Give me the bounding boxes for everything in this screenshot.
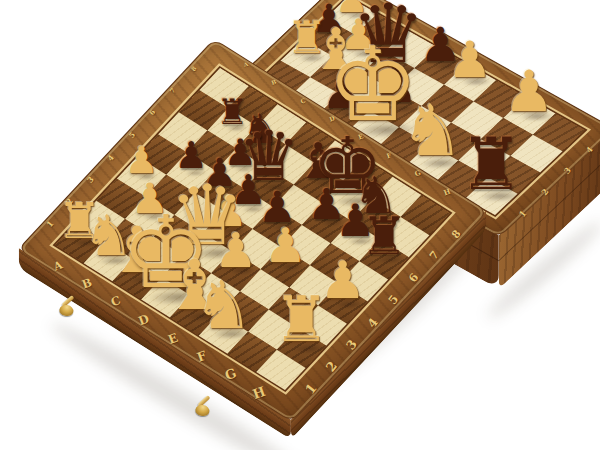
chess-piece-glyph: ♜ (361, 211, 407, 262)
brass-clasp-1 (56, 295, 78, 320)
chess-piece-glyph: ♟ (504, 62, 555, 119)
brass-clasp-2 (192, 395, 214, 420)
clasp-fan (195, 404, 211, 417)
chess-piece-glyph: ♜ (459, 128, 524, 200)
chess-piece-glyph: ♜ (274, 289, 330, 352)
chess-piece-glyph: ♟ (448, 35, 493, 85)
chess-piece-glyph: ♟ (264, 222, 307, 270)
chess-sets-product-photo: ABCDEFGH1234♟♟♟♜♟♛♝♟♟♟♟♚♞♜ ABCDEFGH12345… (0, 0, 600, 450)
chess-piece-glyph: ♞ (194, 271, 253, 337)
clasp-fan (59, 304, 75, 317)
far-file-label-H: H (443, 187, 452, 196)
chess-piece-glyph: ♞ (400, 96, 464, 167)
